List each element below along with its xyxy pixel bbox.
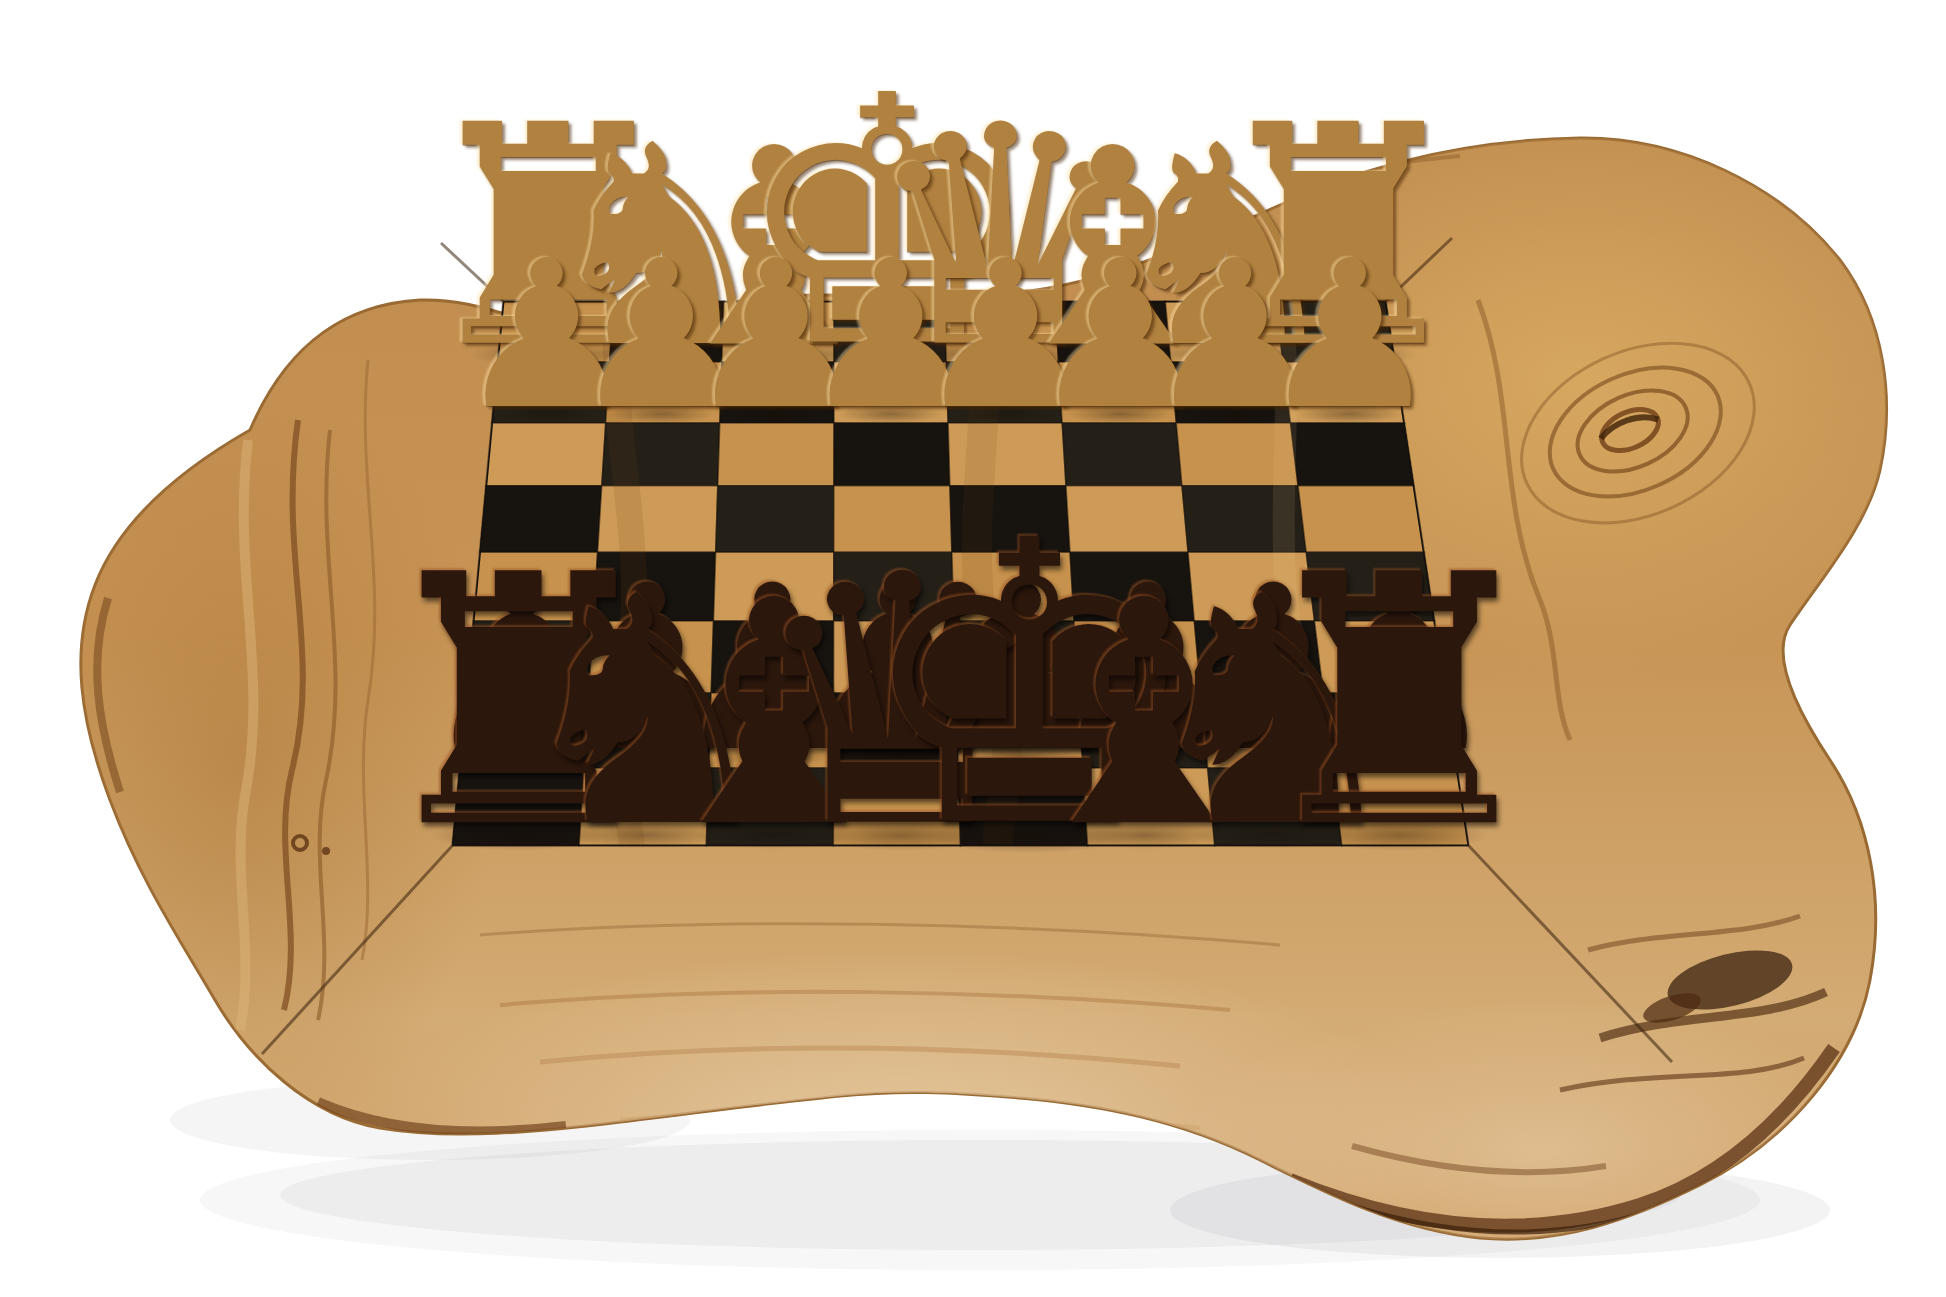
chess-set-photo: ♜♞♝♚♛♝♞♜♟♟♟♟♟♟♟♟♟♟♟♟♟♟♟♟♜♞♝♛♚♝♞♜ xyxy=(0,0,1946,1297)
piece-light-pawn-h7[interactable]: ♟ xyxy=(1258,233,1441,437)
piece-dark-rook-h1[interactable]: ♜ xyxy=(1245,530,1554,875)
